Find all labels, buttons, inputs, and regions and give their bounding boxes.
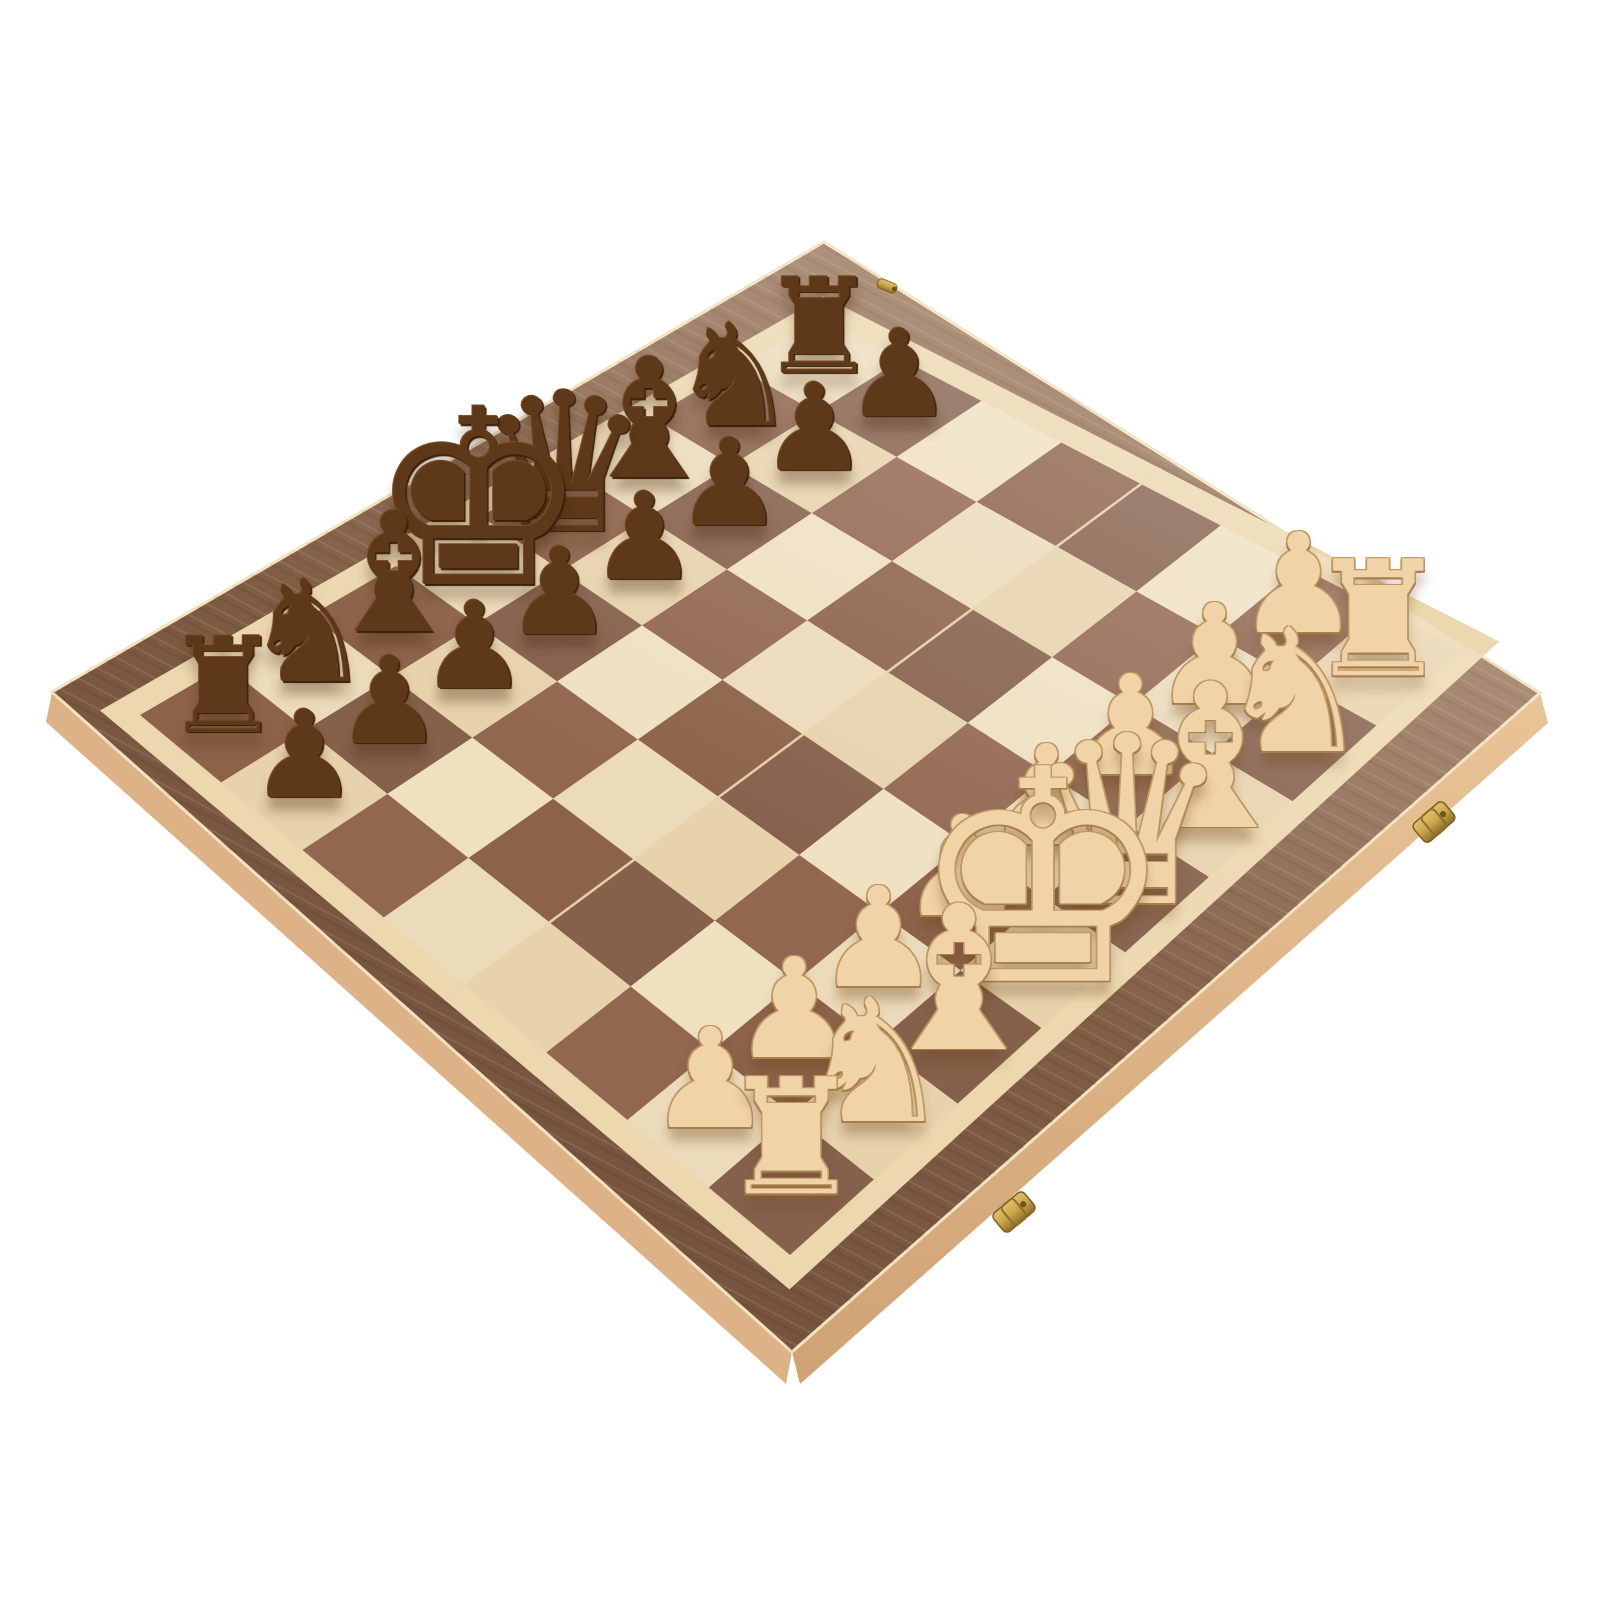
chess-board (0, 0, 1601, 1601)
chess-set-product-photo: ♜♟♞♟♝♟♛♚♟♝♟♟♜♞♟♟♜♟♞♟♟♝♟♛♟♚♟♝♟♞♟♜ (0, 0, 1601, 1601)
light-sheen (52, 242, 1540, 1352)
